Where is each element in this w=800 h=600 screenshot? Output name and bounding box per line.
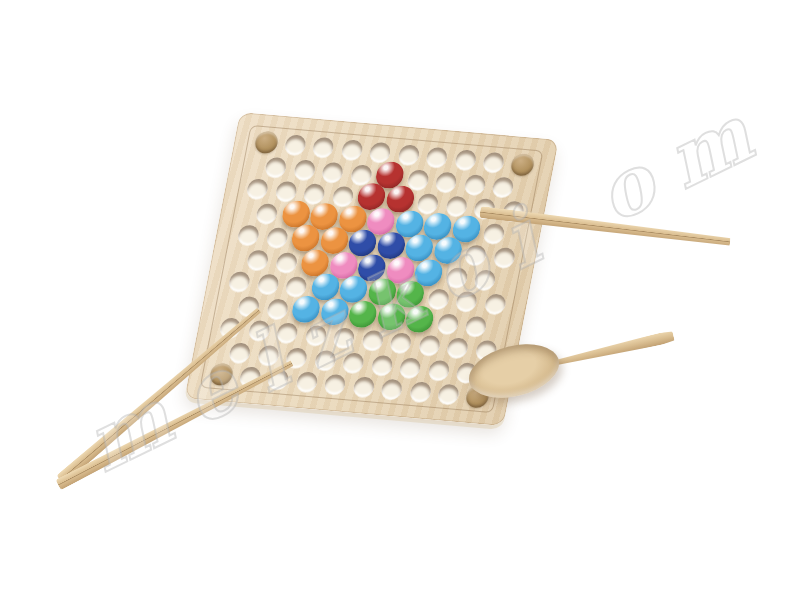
photo-stage: melzkoi om xyxy=(0,0,800,600)
spoon-handle[interactable] xyxy=(540,330,675,372)
